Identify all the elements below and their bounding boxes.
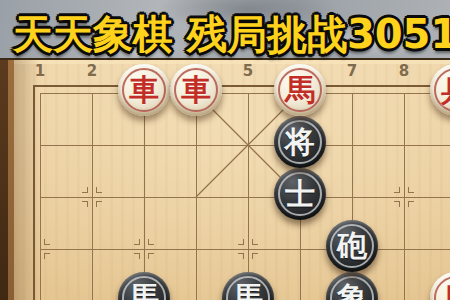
point-marker — [408, 201, 414, 207]
piece-glyph-red-chariot-2: 車 — [181, 75, 211, 105]
piece-glyph-black-general: 将 — [285, 127, 315, 157]
piece-glyph-black-advisor: 士 — [285, 179, 315, 209]
screenshot-root: 123456789 車車馬兵将士砲馬馬象兵 天天象棋 残局挑战3051 — [0, 0, 450, 300]
piece-glyph-black-horse-1: 馬 — [129, 283, 159, 300]
piece-black-advisor[interactable]: 士 — [274, 168, 326, 220]
point-marker — [82, 187, 88, 193]
grid-line-horizontal — [40, 249, 450, 250]
point-marker — [252, 253, 258, 259]
grid-line-horizontal — [40, 93, 450, 94]
piece-red-chariot-1[interactable]: 車 — [118, 64, 170, 116]
column-label: 7 — [343, 62, 361, 80]
piece-glyph-black-horse-2: 馬 — [233, 283, 263, 300]
point-marker — [44, 253, 50, 259]
piece-black-cannon[interactable]: 砲 — [326, 220, 378, 272]
point-marker — [96, 201, 102, 207]
piece-glyph-red-horse-1: 馬 — [285, 75, 315, 105]
point-marker — [394, 201, 400, 207]
grid-line-horizontal — [40, 197, 450, 198]
point-marker — [96, 187, 102, 193]
point-marker — [238, 239, 244, 245]
piece-red-horse-1[interactable]: 馬 — [274, 64, 326, 116]
board-left-edge-dark — [0, 60, 8, 300]
piece-glyph-red-soldier-1: 兵 — [441, 75, 450, 105]
point-marker — [238, 253, 244, 259]
point-marker — [408, 187, 414, 193]
piece-glyph-red-chariot-1: 車 — [129, 75, 159, 105]
point-marker — [82, 201, 88, 207]
column-label: 5 — [239, 62, 257, 80]
piece-glyph-black-elephant: 象 — [337, 283, 367, 300]
title-bar: 天天象棋 残局挑战3051 — [0, 0, 450, 60]
piece-red-chariot-2[interactable]: 車 — [170, 64, 222, 116]
point-marker — [44, 239, 50, 245]
column-label: 8 — [395, 62, 413, 80]
board-left-edge-shadow — [14, 60, 40, 300]
grid-line-horizontal — [40, 145, 450, 146]
piece-glyph-red-soldier-2: 兵 — [441, 283, 450, 300]
point-marker — [148, 253, 154, 259]
page-title: 天天象棋 残局挑战3051 — [13, 7, 450, 62]
point-marker — [134, 239, 140, 245]
point-marker — [134, 253, 140, 259]
point-marker — [394, 187, 400, 193]
piece-glyph-black-cannon: 砲 — [337, 231, 367, 261]
column-label: 2 — [83, 62, 101, 80]
point-marker — [252, 239, 258, 245]
piece-black-general[interactable]: 将 — [274, 116, 326, 168]
point-marker — [148, 239, 154, 245]
